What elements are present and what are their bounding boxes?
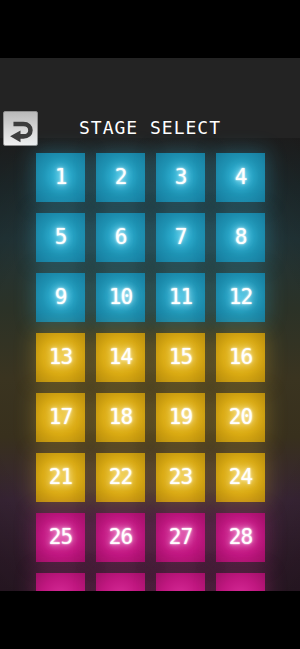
stage-number: 21 (49, 467, 72, 488)
stage-number: 23 (169, 467, 192, 488)
stage-tile-24[interactable]: 24 (216, 453, 265, 502)
stage-number: 8 (235, 227, 247, 248)
stage-number: 4 (235, 167, 247, 188)
stage-grid: 1234567891011121314151617181920212223242… (36, 153, 265, 591)
stage-tile-6[interactable]: 6 (96, 213, 145, 262)
stage-number: 16 (229, 347, 252, 368)
stage-number: 3 (175, 167, 187, 188)
phone-screen: STAGE SELECT 123456789101112131415161718… (0, 0, 300, 649)
stage-tile-13[interactable]: 13 (36, 333, 85, 382)
stage-tile-7[interactable]: 7 (156, 213, 205, 262)
stage-tile-25[interactable]: 25 (36, 513, 85, 562)
stage-tile-27[interactable]: 27 (156, 513, 205, 562)
stage-tile-15[interactable]: 15 (156, 333, 205, 382)
page-title: STAGE SELECT (0, 117, 300, 138)
stage-tile-28[interactable]: 28 (216, 513, 265, 562)
stage-number: 27 (169, 527, 192, 548)
stage-number: 20 (229, 407, 252, 428)
stage-number: 18 (109, 407, 132, 428)
stage-number: 7 (175, 227, 187, 248)
stage-number: 5 (55, 227, 67, 248)
stage-number: 10 (109, 287, 132, 308)
stage-number: 26 (109, 527, 132, 548)
status-bar (0, 0, 300, 58)
stage-tile-26[interactable]: 26 (96, 513, 145, 562)
stage-tile-22[interactable]: 22 (96, 453, 145, 502)
stage-tile-9[interactable]: 9 (36, 273, 85, 322)
stage-tile-3[interactable]: 3 (156, 153, 205, 202)
stage-number: 24 (229, 467, 252, 488)
stage-tile-8[interactable]: 8 (216, 213, 265, 262)
bottom-letterbox (0, 591, 300, 649)
stage-number: 14 (109, 347, 132, 368)
stage-tile-23[interactable]: 23 (156, 453, 205, 502)
stage-tile-clipped[interactable] (36, 573, 85, 591)
stage-number: 12 (229, 287, 252, 308)
stage-number: 11 (169, 287, 192, 308)
stage-tile-5[interactable]: 5 (36, 213, 85, 262)
stage-number: 28 (229, 527, 252, 548)
stage-number: 13 (49, 347, 72, 368)
stage-number: 2 (115, 167, 127, 188)
stage-tile-1[interactable]: 1 (36, 153, 85, 202)
stage-number: 15 (169, 347, 192, 368)
stage-number: 9 (55, 287, 67, 308)
game-screen: STAGE SELECT 123456789101112131415161718… (0, 58, 300, 591)
stage-tile-19[interactable]: 19 (156, 393, 205, 442)
stage-number: 19 (169, 407, 192, 428)
stage-tile-18[interactable]: 18 (96, 393, 145, 442)
stage-number: 22 (109, 467, 132, 488)
stage-tile-12[interactable]: 12 (216, 273, 265, 322)
stage-tile-clipped[interactable] (216, 573, 265, 591)
stage-number: 1 (55, 167, 67, 188)
stage-tile-11[interactable]: 11 (156, 273, 205, 322)
stage-tile-4[interactable]: 4 (216, 153, 265, 202)
stage-tile-17[interactable]: 17 (36, 393, 85, 442)
stage-tile-clipped[interactable] (156, 573, 205, 591)
stage-tile-10[interactable]: 10 (96, 273, 145, 322)
stage-tile-2[interactable]: 2 (96, 153, 145, 202)
stage-number: 17 (49, 407, 72, 428)
stage-tile-clipped[interactable] (96, 573, 145, 591)
stage-number: 25 (49, 527, 72, 548)
stage-tile-16[interactable]: 16 (216, 333, 265, 382)
stage-tile-21[interactable]: 21 (36, 453, 85, 502)
stage-number: 6 (115, 227, 127, 248)
stage-tile-20[interactable]: 20 (216, 393, 265, 442)
stage-tile-14[interactable]: 14 (96, 333, 145, 382)
